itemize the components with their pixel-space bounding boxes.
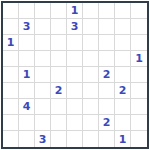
- cell-r2c5: 3: [67, 19, 83, 35]
- cell-r3c9[interactable]: [131, 35, 147, 51]
- cell-r9c8: 1: [115, 131, 131, 147]
- cell-r6c6[interactable]: [83, 83, 99, 99]
- cell-r9c7[interactable]: [99, 131, 115, 147]
- cell-r8c1[interactable]: [3, 115, 19, 131]
- cell-r2c8[interactable]: [115, 19, 131, 35]
- cell-r1c6[interactable]: [83, 3, 99, 19]
- cell-r7c9[interactable]: [131, 99, 147, 115]
- cell-r7c1[interactable]: [3, 99, 19, 115]
- cell-r9c4[interactable]: [51, 131, 67, 147]
- cell-r4c5[interactable]: [67, 51, 83, 67]
- cell-r9c5[interactable]: [67, 131, 83, 147]
- cell-r1c7[interactable]: [99, 3, 115, 19]
- cell-r3c7[interactable]: [99, 35, 115, 51]
- cell-r6c8: 2: [115, 83, 131, 99]
- cell-r1c4[interactable]: [51, 3, 67, 19]
- cell-r7c5[interactable]: [67, 99, 83, 115]
- cell-r3c3[interactable]: [35, 35, 51, 51]
- cell-r2c2: 3: [19, 19, 35, 35]
- cell-r2c4[interactable]: [51, 19, 67, 35]
- cell-r5c4[interactable]: [51, 67, 67, 83]
- cell-r3c6[interactable]: [83, 35, 99, 51]
- cell-r4c4[interactable]: [51, 51, 67, 67]
- cell-r6c1[interactable]: [3, 83, 19, 99]
- cell-r3c2[interactable]: [19, 35, 35, 51]
- cell-r1c8[interactable]: [115, 3, 131, 19]
- cell-r3c5[interactable]: [67, 35, 83, 51]
- cell-r2c9[interactable]: [131, 19, 147, 35]
- cell-r9c9[interactable]: [131, 131, 147, 147]
- cell-r8c8[interactable]: [115, 115, 131, 131]
- cell-r7c7[interactable]: [99, 99, 115, 115]
- cell-r1c2[interactable]: [19, 3, 35, 19]
- cell-r5c7: 2: [99, 67, 115, 83]
- cell-r8c4[interactable]: [51, 115, 67, 131]
- cell-r7c6[interactable]: [83, 99, 99, 115]
- cell-r5c3[interactable]: [35, 67, 51, 83]
- cell-r5c8[interactable]: [115, 67, 131, 83]
- cell-r2c3[interactable]: [35, 19, 51, 35]
- cell-r6c5[interactable]: [67, 83, 83, 99]
- cell-r2c6[interactable]: [83, 19, 99, 35]
- cell-r6c3[interactable]: [35, 83, 51, 99]
- cell-r3c4[interactable]: [51, 35, 67, 51]
- cell-r8c5[interactable]: [67, 115, 83, 131]
- cell-r6c7[interactable]: [99, 83, 115, 99]
- cell-r4c9: 1: [131, 51, 147, 67]
- cell-r5c5[interactable]: [67, 67, 83, 83]
- cell-r7c3[interactable]: [35, 99, 51, 115]
- cell-r4c6[interactable]: [83, 51, 99, 67]
- cell-r4c3[interactable]: [35, 51, 51, 67]
- cell-r5c9[interactable]: [131, 67, 147, 83]
- cell-r4c1[interactable]: [3, 51, 19, 67]
- cell-r7c2: 4: [19, 99, 35, 115]
- cell-r4c2[interactable]: [19, 51, 35, 67]
- puzzle-board: 1331112224231: [1, 1, 149, 149]
- cell-r3c8[interactable]: [115, 35, 131, 51]
- cell-r7c8[interactable]: [115, 99, 131, 115]
- cell-r2c7[interactable]: [99, 19, 115, 35]
- cell-r8c7: 2: [99, 115, 115, 131]
- cell-r8c2[interactable]: [19, 115, 35, 131]
- cell-r5c1[interactable]: [3, 67, 19, 83]
- cell-r6c2[interactable]: [19, 83, 35, 99]
- cell-r6c9[interactable]: [131, 83, 147, 99]
- cell-r4c7[interactable]: [99, 51, 115, 67]
- cell-r8c9[interactable]: [131, 115, 147, 131]
- cell-r9c2[interactable]: [19, 131, 35, 147]
- cell-r1c5: 1: [67, 3, 83, 19]
- cell-r1c3[interactable]: [35, 3, 51, 19]
- cell-r9c3: 3: [35, 131, 51, 147]
- cell-r1c1[interactable]: [3, 3, 19, 19]
- cell-r1c9[interactable]: [131, 3, 147, 19]
- cell-r3c1: 1: [3, 35, 19, 51]
- cell-r5c2: 1: [19, 67, 35, 83]
- cell-r2c1[interactable]: [3, 19, 19, 35]
- cell-r7c4[interactable]: [51, 99, 67, 115]
- cell-r8c6[interactable]: [83, 115, 99, 131]
- cell-r8c3[interactable]: [35, 115, 51, 131]
- cell-r9c6[interactable]: [83, 131, 99, 147]
- cell-r6c4: 2: [51, 83, 67, 99]
- cell-r9c1[interactable]: [3, 131, 19, 147]
- cell-r5c6[interactable]: [83, 67, 99, 83]
- cell-r4c8[interactable]: [115, 51, 131, 67]
